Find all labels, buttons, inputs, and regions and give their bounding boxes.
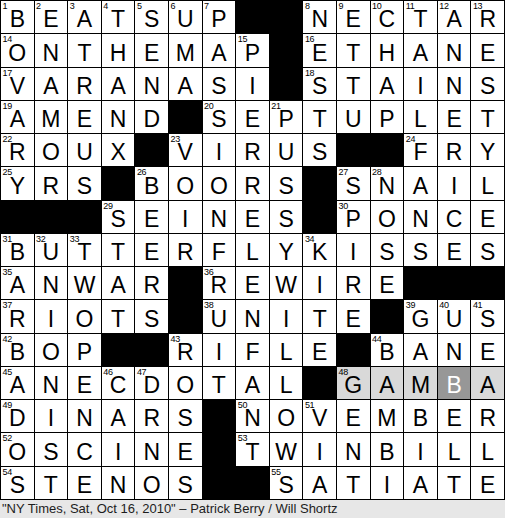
cell-r4c5[interactable]: D (135, 101, 168, 133)
clue-number: 14 (3, 34, 12, 44)
cell-r3c14[interactable]: N (438, 68, 471, 100)
cell-letter: O (42, 341, 60, 366)
cell-r4c8[interactable]: E (236, 101, 269, 133)
cell-r12c14[interactable]: B (438, 367, 471, 399)
cell-letter: O (176, 175, 194, 200)
cell-letter: I (316, 441, 322, 466)
cell-r6c5[interactable]: 26B (135, 167, 168, 199)
cell-r8c9[interactable]: Y (270, 234, 303, 266)
cell-r6c14[interactable]: I (438, 167, 471, 199)
cell-letter: S (43, 441, 58, 466)
cell-r6c8[interactable]: R (236, 167, 269, 199)
cell-letter: B (379, 341, 394, 366)
cell-letter: E (480, 42, 495, 67)
cell-letter: M (41, 108, 60, 133)
cell-r12c1[interactable]: 45A (1, 367, 34, 399)
cell-r5c7[interactable]: I (203, 134, 236, 166)
cell-r15c9[interactable]: 55S (270, 467, 303, 499)
cell-r14c14[interactable]: L (438, 433, 471, 465)
cell-r7c9[interactable]: S (270, 201, 303, 233)
black-cell-r13c7 (203, 400, 236, 432)
cell-r8c10[interactable]: 34K (303, 234, 336, 266)
cell-letter: T (346, 42, 360, 67)
cell-r2c8[interactable]: 15P (236, 34, 269, 66)
cell-r5c1[interactable]: 22R (1, 134, 34, 166)
clue-number: 15 (238, 34, 247, 44)
clue-number: 30 (338, 201, 347, 211)
cell-r10c8[interactable]: N (236, 300, 269, 332)
cell-r6c1[interactable]: 25Y (1, 167, 34, 199)
cell-r14c12[interactable]: B (371, 433, 404, 465)
clue-number: 52 (3, 433, 12, 443)
cell-r11c15[interactable]: E (471, 334, 504, 366)
cell-r2c2[interactable]: N (35, 34, 68, 66)
cell-r7c15[interactable]: E (471, 201, 504, 233)
cell-r3c8[interactable]: I (236, 68, 269, 100)
cell-letter: R (76, 75, 93, 100)
cell-r11c13[interactable]: A (404, 334, 437, 366)
clue-number: 1 (3, 1, 8, 11)
black-cell-r5c11 (337, 134, 370, 166)
cell-r4c3[interactable]: E (68, 101, 101, 133)
cell-r2c6[interactable]: M (169, 34, 202, 66)
cell-r6c15[interactable]: L (471, 167, 504, 199)
cell-r13c6[interactable]: S (169, 400, 202, 432)
cell-r11c14[interactable]: N (438, 334, 471, 366)
cell-letter: P (278, 108, 293, 133)
cell-letter: E (77, 374, 92, 399)
cell-r5c3[interactable]: U (68, 134, 101, 166)
cell-r12c9[interactable]: L (270, 367, 303, 399)
cell-r8c1[interactable]: 31B (1, 234, 34, 266)
cell-letter: O (8, 42, 26, 67)
black-cell-r11c5 (135, 334, 168, 366)
cell-r7c12[interactable]: O (371, 201, 404, 233)
cell-r15c15[interactable]: E (471, 467, 504, 499)
cell-r11c1[interactable]: 42B (1, 334, 34, 366)
cell-r6c3[interactable]: S (68, 167, 101, 199)
cell-r7c6[interactable]: I (169, 201, 202, 233)
cell-letter: T (111, 241, 125, 266)
cell-r8c15[interactable]: S (471, 234, 504, 266)
cell-r14c4[interactable]: I (102, 433, 135, 465)
cell-r12c8[interactable]: A (236, 367, 269, 399)
cell-letter: P (211, 8, 226, 33)
cell-r1c10[interactable]: 8N (303, 1, 336, 33)
cell-r15c14[interactable]: T (438, 467, 471, 499)
cell-letter: H (110, 42, 127, 67)
cell-r7c4[interactable]: 29S (102, 201, 135, 233)
cell-r8c12[interactable]: S (371, 234, 404, 266)
cell-letter: I (182, 208, 188, 233)
cell-r6c6[interactable]: O (169, 167, 202, 199)
black-cell-r14c7 (203, 433, 236, 465)
cell-r5c6[interactable]: 23V (169, 134, 202, 166)
cell-r5c10[interactable]: S (303, 134, 336, 166)
cell-r6c12[interactable]: 28N (371, 167, 404, 199)
cell-r1c15[interactable]: 13R (471, 1, 504, 33)
cell-letter: O (8, 441, 26, 466)
cell-r13c5[interactable]: R (135, 400, 168, 432)
cell-r1c4[interactable]: 4T (102, 1, 135, 33)
cell-r11c7[interactable]: I (203, 334, 236, 366)
cell-r13c10[interactable]: 51V (303, 400, 336, 432)
cell-r2c1[interactable]: 14O (1, 34, 34, 66)
cell-r3c15[interactable]: S (471, 68, 504, 100)
cell-letter: M (411, 374, 430, 399)
cell-r13c11[interactable]: E (337, 400, 370, 432)
cell-r1c3[interactable]: 3A (68, 1, 101, 33)
cell-r2c15[interactable]: E (471, 34, 504, 66)
cell-r4c1[interactable]: 19A (1, 101, 34, 133)
cell-r5c2[interactable]: O (35, 134, 68, 166)
clue-number: 28 (372, 167, 381, 177)
cell-r14c2[interactable]: S (35, 433, 68, 465)
clue-number: 12 (439, 1, 448, 11)
cell-letter: S (144, 308, 159, 333)
cell-letter: A (110, 75, 125, 100)
cell-r15c4[interactable]: N (102, 467, 135, 499)
cell-letter: U (177, 8, 194, 33)
cell-r12c12[interactable]: A (371, 367, 404, 399)
cell-letter: I (216, 141, 222, 166)
black-cell-r9c6 (169, 267, 202, 299)
cell-r2c5[interactable]: E (135, 34, 168, 66)
cell-letter: A (10, 108, 25, 133)
cell-r10c4[interactable]: T (102, 300, 135, 332)
cell-r9c8[interactable]: E (236, 267, 269, 299)
cell-r8c14[interactable]: E (438, 234, 471, 266)
cell-letter: T (346, 474, 360, 499)
cell-letter: S (480, 241, 495, 266)
clue-number: 51 (305, 400, 314, 410)
cell-letter: L (280, 374, 293, 399)
cell-r10c5[interactable]: S (135, 300, 168, 332)
cell-r14c6[interactable]: E (169, 433, 202, 465)
cell-r3c6[interactable]: A (169, 68, 202, 100)
cell-r14c10[interactable]: I (303, 433, 336, 465)
cell-r11c2[interactable]: O (35, 334, 68, 366)
cell-r9c9[interactable]: W (270, 267, 303, 299)
cell-letter: W (275, 441, 297, 466)
cell-r4c12[interactable]: P (371, 101, 404, 133)
cell-r13c13[interactable]: B (404, 400, 437, 432)
cell-r4c4[interactable]: N (102, 101, 135, 133)
cell-letter: N (379, 175, 396, 200)
cell-r9c3[interactable]: W (68, 267, 101, 299)
cell-r1c12[interactable]: 10C (371, 1, 404, 33)
cell-r11c8[interactable]: F (236, 334, 269, 366)
cell-letter: R (177, 241, 194, 266)
cell-letter: B (446, 374, 461, 399)
cell-r10c14[interactable]: 40U (438, 300, 471, 332)
cell-letter: N (446, 75, 463, 100)
cell-r1c6[interactable]: 6U (169, 1, 202, 33)
cell-letter: S (144, 8, 159, 33)
cell-letter: N (43, 374, 60, 399)
cell-r15c13[interactable]: A (404, 467, 437, 499)
cell-r3c1[interactable]: 17V (1, 68, 34, 100)
cell-letter: Y (10, 175, 25, 200)
cell-r14c11[interactable]: N (337, 433, 370, 465)
clue-number: 50 (238, 400, 247, 410)
cell-r9c4[interactable]: A (102, 267, 135, 299)
cell-r2c11[interactable]: T (337, 34, 370, 66)
cell-r15c5[interactable]: O (135, 467, 168, 499)
cell-r12c11[interactable]: 48G (337, 367, 370, 399)
cell-r8c8[interactable]: L (236, 234, 269, 266)
cell-r13c4[interactable]: A (102, 400, 135, 432)
clue-number: 54 (3, 467, 12, 477)
cell-r8c6[interactable]: R (169, 234, 202, 266)
clue-number: 24 (406, 134, 415, 144)
cell-r3c4[interactable]: A (102, 68, 135, 100)
clue-number: 47 (137, 367, 146, 377)
cell-letter: R (9, 308, 26, 333)
cell-r1c5[interactable]: 5S (135, 1, 168, 33)
cell-r7c14[interactable]: C (438, 201, 471, 233)
cell-letter: E (43, 8, 58, 33)
cell-r7c5[interactable]: E (135, 201, 168, 233)
cell-r10c3[interactable]: O (68, 300, 101, 332)
cell-letter: N (43, 274, 60, 299)
cell-r8c5[interactable]: E (135, 234, 168, 266)
clue-number: 33 (70, 234, 79, 244)
cell-letter: O (210, 175, 228, 200)
clue-number: 6 (170, 1, 175, 11)
cell-r1c7[interactable]: 7P (203, 1, 236, 33)
clue-number: 11 (406, 1, 415, 11)
cell-letter: T (346, 75, 360, 100)
cell-r9c1[interactable]: 35A (1, 267, 34, 299)
cell-r2c3[interactable]: T (68, 34, 101, 66)
cell-r8c13[interactable]: S (404, 234, 437, 266)
cell-letter: L (448, 441, 461, 466)
cell-r3c2[interactable]: A (35, 68, 68, 100)
cell-r14c9[interactable]: W (270, 433, 303, 465)
cell-letter: L (280, 341, 293, 366)
cell-letter: N (412, 208, 429, 233)
cell-r13c9[interactable]: O (270, 400, 303, 432)
cell-letter: T (447, 474, 461, 499)
cell-letter: E (245, 108, 260, 133)
clue-number: 31 (3, 234, 12, 244)
black-cell-r2c9 (270, 34, 303, 66)
cell-r14c8[interactable]: 53T (236, 433, 269, 465)
cell-r13c8[interactable]: 50N (236, 400, 269, 432)
cell-r3c10[interactable]: 18S (303, 68, 336, 100)
cell-r7c11[interactable]: 30P (337, 201, 370, 233)
cell-r11c6[interactable]: 43R (169, 334, 202, 366)
cell-letter: S (312, 141, 327, 166)
cell-r10c10[interactable]: T (303, 300, 336, 332)
cell-r5c4[interactable]: X (102, 134, 135, 166)
cell-letter: E (446, 241, 461, 266)
cell-r7c8[interactable]: E (236, 201, 269, 233)
cell-r14c5[interactable]: N (135, 433, 168, 465)
cell-letter: I (350, 241, 356, 266)
cell-letter: E (144, 241, 159, 266)
clue-number: 53 (238, 433, 247, 443)
cell-r2c12[interactable]: H (371, 34, 404, 66)
cell-letter: S (312, 75, 327, 100)
cell-r9c10[interactable]: I (303, 267, 336, 299)
cell-r4c7[interactable]: 20S (203, 101, 236, 133)
cell-r10c2[interactable]: I (35, 300, 68, 332)
clue-number: 46 (103, 367, 112, 377)
cell-r13c2[interactable]: I (35, 400, 68, 432)
cell-r2c7[interactable]: A (203, 34, 236, 66)
cell-r14c15[interactable]: L (471, 433, 504, 465)
black-cell-r9c13 (404, 267, 437, 299)
cell-r13c1[interactable]: 49D (1, 400, 34, 432)
cell-letter: I (249, 75, 255, 100)
cell-r3c13[interactable]: I (404, 68, 437, 100)
black-cell-r1c9 (270, 1, 303, 33)
cell-r5c14[interactable]: R (438, 134, 471, 166)
black-cell-r6c4 (102, 167, 135, 199)
cell-r12c13[interactable]: M (404, 367, 437, 399)
cell-letter: A (379, 374, 394, 399)
cell-r1c11[interactable]: 9E (337, 1, 370, 33)
cell-letter: E (480, 341, 495, 366)
cell-r10c1[interactable]: 37R (1, 300, 34, 332)
cell-r5c13[interactable]: 24F (404, 134, 437, 166)
cell-r3c5[interactable]: N (135, 68, 168, 100)
cell-r13c12[interactable]: M (371, 400, 404, 432)
cell-letter: O (378, 208, 396, 233)
cell-letter: R (177, 341, 194, 366)
cell-r8c4[interactable]: T (102, 234, 135, 266)
cell-r6c2[interactable]: R (35, 167, 68, 199)
cell-r15c1[interactable]: 54S (1, 467, 34, 499)
cell-r11c12[interactable]: 44B (371, 334, 404, 366)
cell-r15c3[interactable]: E (68, 467, 101, 499)
cell-r13c3[interactable]: N (68, 400, 101, 432)
cell-letter: T (44, 474, 58, 499)
cell-letter: C (379, 8, 396, 33)
cell-r9c2[interactable]: N (35, 267, 68, 299)
cell-r12c6[interactable]: O (169, 367, 202, 399)
cell-r1c14[interactable]: 12A (438, 1, 471, 33)
cell-letter: S (480, 308, 495, 333)
cell-r10c15[interactable]: 41S (471, 300, 504, 332)
cell-r2c14[interactable]: N (438, 34, 471, 66)
cell-r14c1[interactable]: 52O (1, 433, 34, 465)
cell-r8c2[interactable]: 32U (35, 234, 68, 266)
cell-r12c4[interactable]: 46C (102, 367, 135, 399)
black-cell-r7c2 (35, 201, 68, 233)
cell-r12c15[interactable]: A (471, 367, 504, 399)
cell-r4c11[interactable]: U (337, 101, 370, 133)
cell-r4c2[interactable]: M (35, 101, 68, 133)
cell-r3c3[interactable]: R (68, 68, 101, 100)
cell-letter: E (178, 441, 193, 466)
cell-letter: T (77, 42, 91, 67)
cell-r6c7[interactable]: O (203, 167, 236, 199)
cell-r8c11[interactable]: I (337, 234, 370, 266)
cell-r11c3[interactable]: P (68, 334, 101, 366)
cell-r7c13[interactable]: N (404, 201, 437, 233)
cell-r3c11[interactable]: T (337, 68, 370, 100)
cell-r14c3[interactable]: C (68, 433, 101, 465)
cell-r10c9[interactable]: I (270, 300, 303, 332)
cell-r5c8[interactable]: R (236, 134, 269, 166)
cell-r6c13[interactable]: A (404, 167, 437, 199)
cell-letter: O (42, 141, 60, 166)
cell-r15c11[interactable]: T (337, 467, 370, 499)
cell-r5c15[interactable]: Y (471, 134, 504, 166)
cell-r8c7[interactable]: F (203, 234, 236, 266)
cell-r3c7[interactable]: S (203, 68, 236, 100)
cell-r12c5[interactable]: 47D (135, 367, 168, 399)
cell-r6c9[interactable]: S (270, 167, 303, 199)
cell-r11c10[interactable]: E (303, 334, 336, 366)
cell-letter: A (211, 42, 226, 67)
cell-r13c14[interactable]: E (438, 400, 471, 432)
cell-r10c7[interactable]: 38U (203, 300, 236, 332)
cell-letter: R (345, 274, 362, 299)
cell-r11c9[interactable]: L (270, 334, 303, 366)
cell-r3c12[interactable]: A (371, 68, 404, 100)
cell-letter: M (176, 42, 195, 67)
cell-letter: N (76, 407, 93, 432)
cell-letter: N (110, 474, 127, 499)
cell-r13c15[interactable]: R (471, 400, 504, 432)
cell-r9c11[interactable]: R (337, 267, 370, 299)
cell-r15c12[interactable]: I (371, 467, 404, 499)
cell-letter: M (377, 407, 396, 432)
cell-r4c15[interactable]: T (471, 101, 504, 133)
cell-r4c14[interactable]: E (438, 101, 471, 133)
clue-number: 25 (3, 167, 12, 177)
cell-letter: L (414, 108, 427, 133)
cell-r2c10[interactable]: 16E (303, 34, 336, 66)
cell-r8c3[interactable]: 33T (68, 234, 101, 266)
cell-letter: U (345, 108, 362, 133)
cell-r15c2[interactable]: T (35, 467, 68, 499)
cell-letter: A (379, 75, 394, 100)
cell-letter: P (346, 208, 361, 233)
cell-r15c6[interactable]: S (169, 467, 202, 499)
cell-letter: A (178, 75, 193, 100)
cell-r9c7[interactable]: 36R (203, 267, 236, 299)
cell-r12c3[interactable]: E (68, 367, 101, 399)
cell-r10c13[interactable]: 39G (404, 300, 437, 332)
cell-r5c9[interactable]: U (270, 134, 303, 166)
cell-r4c9[interactable]: 21P (270, 101, 303, 133)
cell-r12c2[interactable]: N (35, 367, 68, 399)
cell-r6c11[interactable]: 27S (337, 167, 370, 199)
cell-r4c10[interactable]: T (303, 101, 336, 133)
cell-letter: N (446, 42, 463, 67)
cell-r9c12[interactable]: E (371, 267, 404, 299)
cell-r1c13[interactable]: 11T (404, 1, 437, 33)
cell-r9c5[interactable]: R (135, 267, 168, 299)
cell-r4c13[interactable]: L (404, 101, 437, 133)
cell-r15c10[interactable]: A (303, 467, 336, 499)
cell-r12c7[interactable]: T (203, 367, 236, 399)
cell-letter: S (77, 175, 92, 200)
cell-r10c11[interactable]: E (337, 300, 370, 332)
cell-letter: E (144, 42, 159, 67)
cell-r1c1[interactable]: 1B (1, 1, 34, 33)
cell-r2c13[interactable]: A (404, 34, 437, 66)
cell-r14c13[interactable]: I (404, 433, 437, 465)
cell-r2c4[interactable]: H (102, 34, 135, 66)
cell-r1c2[interactable]: 2E (35, 1, 68, 33)
cell-r7c7[interactable]: N (203, 201, 236, 233)
